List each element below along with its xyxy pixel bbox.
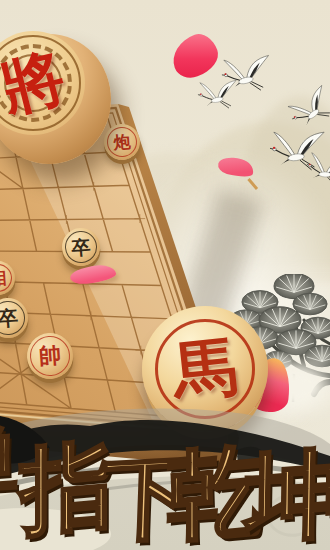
tagline-char-4: 坤	[245, 443, 330, 546]
piece-pao-char: 炮	[113, 133, 131, 151]
piece-xiang-char: 相	[0, 269, 7, 287]
hero-piece-ma-char: 馬	[170, 334, 240, 404]
splash-stage: 炮 卒 相 卒 帥 將	[0, 0, 330, 550]
piece-zu-1-char: 卒	[71, 237, 91, 257]
tagline-partial-char: 弹	[0, 421, 18, 515]
piece-shuai-char: 帥	[38, 344, 61, 367]
piece-zu-2-char: 卒	[0, 307, 19, 328]
crane-icon	[197, 79, 241, 113]
tagline-char-1: 指	[20, 437, 114, 540]
